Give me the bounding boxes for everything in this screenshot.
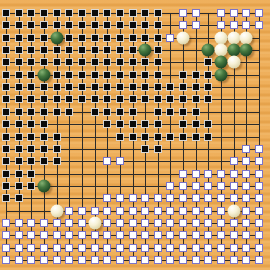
intersection[interactable]: [204, 219, 212, 227]
intersection[interactable]: [103, 108, 111, 116]
intersection[interactable]: [255, 231, 263, 239]
intersection[interactable]: [129, 219, 137, 227]
intersection[interactable]: [129, 231, 137, 239]
intersection[interactable]: [116, 120, 124, 128]
intersection[interactable]: [230, 219, 238, 227]
intersection[interactable]: [15, 170, 23, 178]
intersection[interactable]: [129, 34, 137, 42]
intersection[interactable]: [103, 157, 111, 165]
intersection[interactable]: [166, 108, 174, 116]
intersection[interactable]: [53, 244, 61, 252]
intersection[interactable]: [27, 170, 35, 178]
intersection[interactable]: [204, 207, 212, 215]
intersection[interactable]: [192, 231, 200, 239]
intersection[interactable]: [154, 207, 162, 215]
intersection[interactable]: [27, 244, 35, 252]
intersection[interactable]: [65, 9, 73, 17]
intersection[interactable]: [78, 256, 86, 264]
intersection[interactable]: [2, 145, 10, 153]
intersection[interactable]: [116, 231, 124, 239]
intersection[interactable]: [242, 244, 250, 252]
intersection[interactable]: [179, 194, 187, 202]
intersection[interactable]: [255, 244, 263, 252]
intersection[interactable]: [40, 21, 48, 29]
intersection[interactable]: [78, 83, 86, 91]
intersection[interactable]: [154, 244, 162, 252]
intersection[interactable]: [91, 244, 99, 252]
intersection[interactable]: [91, 95, 99, 103]
intersection[interactable]: [154, 231, 162, 239]
intersection[interactable]: [141, 58, 149, 66]
intersection[interactable]: [116, 244, 124, 252]
intersection[interactable]: [242, 157, 250, 165]
intersection[interactable]: [204, 120, 212, 128]
intersection[interactable]: [53, 58, 61, 66]
intersection[interactable]: [15, 9, 23, 17]
intersection[interactable]: [65, 21, 73, 29]
intersection[interactable]: [91, 108, 99, 116]
intersection[interactable]: [217, 219, 225, 227]
intersection[interactable]: [27, 21, 35, 29]
intersection[interactable]: [217, 170, 225, 178]
intersection[interactable]: [2, 244, 10, 252]
intersection[interactable]: [227, 44, 240, 57]
intersection[interactable]: [78, 71, 86, 79]
intersection[interactable]: [40, 46, 48, 54]
intersection[interactable]: [78, 207, 86, 215]
intersection[interactable]: [116, 46, 124, 54]
intersection[interactable]: [15, 71, 23, 79]
intersection[interactable]: [230, 182, 238, 190]
intersection[interactable]: [154, 83, 162, 91]
intersection[interactable]: [129, 133, 137, 141]
intersection[interactable]: [166, 207, 174, 215]
intersection[interactable]: [78, 46, 86, 54]
intersection[interactable]: [103, 120, 111, 128]
intersection[interactable]: [40, 244, 48, 252]
intersection[interactable]: [2, 133, 10, 141]
intersection[interactable]: [154, 256, 162, 264]
intersection[interactable]: [116, 157, 124, 165]
intersection[interactable]: [192, 83, 200, 91]
intersection[interactable]: [116, 83, 124, 91]
intersection[interactable]: [116, 256, 124, 264]
intersection[interactable]: [53, 95, 61, 103]
intersection[interactable]: [141, 207, 149, 215]
intersection[interactable]: [53, 133, 61, 141]
intersection[interactable]: [154, 34, 162, 42]
intersection[interactable]: [116, 194, 124, 202]
intersection[interactable]: [27, 219, 35, 227]
intersection[interactable]: [116, 21, 124, 29]
intersection[interactable]: [129, 120, 137, 128]
intersection[interactable]: [154, 219, 162, 227]
intersection[interactable]: [154, 108, 162, 116]
intersection[interactable]: [154, 46, 162, 54]
intersection[interactable]: [2, 71, 10, 79]
intersection[interactable]: [179, 182, 187, 190]
intersection[interactable]: [103, 231, 111, 239]
intersection[interactable]: [141, 71, 149, 79]
intersection[interactable]: [154, 95, 162, 103]
intersection[interactable]: [230, 9, 238, 17]
intersection[interactable]: [129, 207, 137, 215]
intersection[interactable]: [78, 21, 86, 29]
intersection[interactable]: [129, 256, 137, 264]
intersection[interactable]: [179, 71, 187, 79]
intersection[interactable]: [15, 133, 23, 141]
intersection[interactable]: [192, 194, 200, 202]
intersection[interactable]: [78, 244, 86, 252]
intersection[interactable]: [242, 219, 250, 227]
intersection[interactable]: [242, 194, 250, 202]
intersection[interactable]: [204, 256, 212, 264]
intersection[interactable]: [27, 34, 35, 42]
intersection[interactable]: [2, 58, 10, 66]
intersection[interactable]: [255, 170, 263, 178]
intersection[interactable]: [15, 58, 23, 66]
intersection[interactable]: [103, 207, 111, 215]
intersection[interactable]: [15, 21, 23, 29]
intersection[interactable]: [217, 194, 225, 202]
intersection[interactable]: [15, 145, 23, 153]
intersection[interactable]: [166, 83, 174, 91]
intersection[interactable]: [91, 71, 99, 79]
intersection[interactable]: [27, 83, 35, 91]
intersection[interactable]: [255, 207, 263, 215]
intersection[interactable]: [129, 244, 137, 252]
intersection[interactable]: [192, 95, 200, 103]
intersection[interactable]: [2, 231, 10, 239]
intersection[interactable]: [103, 95, 111, 103]
intersection[interactable]: [2, 9, 10, 17]
intersection[interactable]: [192, 9, 200, 17]
intersection[interactable]: [129, 46, 137, 54]
intersection[interactable]: [227, 204, 240, 217]
intersection[interactable]: [91, 83, 99, 91]
intersection[interactable]: [141, 231, 149, 239]
intersection[interactable]: [103, 34, 111, 42]
intersection[interactable]: [204, 58, 212, 66]
intersection[interactable]: [15, 108, 23, 116]
intersection[interactable]: [103, 219, 111, 227]
intersection[interactable]: [227, 56, 240, 69]
intersection[interactable]: [78, 34, 86, 42]
intersection[interactable]: [255, 194, 263, 202]
intersection[interactable]: [2, 21, 10, 29]
intersection[interactable]: [53, 71, 61, 79]
intersection[interactable]: [116, 207, 124, 215]
intersection[interactable]: [27, 157, 35, 165]
intersection[interactable]: [166, 34, 174, 42]
intersection[interactable]: [192, 120, 200, 128]
intersection[interactable]: [15, 256, 23, 264]
intersection[interactable]: [192, 108, 200, 116]
intersection[interactable]: [141, 21, 149, 29]
intersection[interactable]: [240, 44, 253, 57]
intersection[interactable]: [15, 219, 23, 227]
intersection[interactable]: [242, 145, 250, 153]
intersection[interactable]: [27, 120, 35, 128]
intersection[interactable]: [217, 256, 225, 264]
intersection[interactable]: [2, 83, 10, 91]
intersection[interactable]: [2, 120, 10, 128]
intersection[interactable]: [179, 108, 187, 116]
intersection[interactable]: [242, 256, 250, 264]
intersection[interactable]: [53, 256, 61, 264]
intersection[interactable]: [179, 256, 187, 264]
intersection[interactable]: [2, 256, 10, 264]
go-board[interactable]: [0, 0, 270, 270]
intersection[interactable]: [53, 21, 61, 29]
intersection[interactable]: [139, 44, 152, 57]
intersection[interactable]: [217, 21, 225, 29]
intersection[interactable]: [192, 71, 200, 79]
intersection[interactable]: [154, 145, 162, 153]
intersection[interactable]: [255, 157, 263, 165]
intersection[interactable]: [215, 31, 228, 44]
intersection[interactable]: [166, 244, 174, 252]
intersection[interactable]: [192, 207, 200, 215]
intersection[interactable]: [91, 9, 99, 17]
intersection[interactable]: [27, 145, 35, 153]
intersection[interactable]: [217, 182, 225, 190]
intersection[interactable]: [2, 46, 10, 54]
intersection[interactable]: [2, 108, 10, 116]
intersection[interactable]: [78, 219, 86, 227]
intersection[interactable]: [179, 21, 187, 29]
intersection[interactable]: [27, 71, 35, 79]
intersection[interactable]: [242, 231, 250, 239]
intersection[interactable]: [50, 31, 63, 44]
intersection[interactable]: [2, 157, 10, 165]
intersection[interactable]: [204, 170, 212, 178]
intersection[interactable]: [116, 95, 124, 103]
intersection[interactable]: [65, 108, 73, 116]
intersection[interactable]: [65, 244, 73, 252]
intersection[interactable]: [40, 256, 48, 264]
intersection[interactable]: [15, 46, 23, 54]
intersection[interactable]: [27, 108, 35, 116]
intersection[interactable]: [15, 244, 23, 252]
intersection[interactable]: [217, 244, 225, 252]
intersection[interactable]: [141, 133, 149, 141]
intersection[interactable]: [154, 133, 162, 141]
intersection[interactable]: [78, 231, 86, 239]
intersection[interactable]: [27, 182, 35, 190]
intersection[interactable]: [141, 83, 149, 91]
intersection[interactable]: [15, 157, 23, 165]
intersection[interactable]: [2, 194, 10, 202]
intersection[interactable]: [65, 256, 73, 264]
intersection[interactable]: [179, 120, 187, 128]
intersection[interactable]: [78, 95, 86, 103]
intersection[interactable]: [166, 182, 174, 190]
intersection[interactable]: [129, 58, 137, 66]
intersection[interactable]: [116, 34, 124, 42]
intersection[interactable]: [116, 108, 124, 116]
intersection[interactable]: [116, 58, 124, 66]
intersection[interactable]: [179, 133, 187, 141]
intersection[interactable]: [88, 216, 101, 229]
intersection[interactable]: [78, 9, 86, 17]
intersection[interactable]: [154, 58, 162, 66]
intersection[interactable]: [40, 145, 48, 153]
intersection[interactable]: [255, 9, 263, 17]
intersection[interactable]: [166, 256, 174, 264]
intersection[interactable]: [230, 194, 238, 202]
intersection[interactable]: [204, 71, 212, 79]
intersection[interactable]: [202, 44, 215, 57]
intersection[interactable]: [204, 95, 212, 103]
intersection[interactable]: [129, 108, 137, 116]
intersection[interactable]: [166, 95, 174, 103]
intersection[interactable]: [129, 83, 137, 91]
intersection[interactable]: [2, 182, 10, 190]
intersection[interactable]: [65, 46, 73, 54]
intersection[interactable]: [27, 95, 35, 103]
intersection[interactable]: [27, 58, 35, 66]
intersection[interactable]: [141, 219, 149, 227]
intersection[interactable]: [192, 182, 200, 190]
intersection[interactable]: [15, 83, 23, 91]
intersection[interactable]: [40, 58, 48, 66]
intersection[interactable]: [15, 95, 23, 103]
intersection[interactable]: [192, 244, 200, 252]
intersection[interactable]: [204, 182, 212, 190]
intersection[interactable]: [91, 207, 99, 215]
intersection[interactable]: [141, 194, 149, 202]
intersection[interactable]: [53, 157, 61, 165]
intersection[interactable]: [91, 46, 99, 54]
intersection[interactable]: [129, 9, 137, 17]
intersection[interactable]: [255, 219, 263, 227]
intersection[interactable]: [154, 194, 162, 202]
intersection[interactable]: [91, 21, 99, 29]
intersection[interactable]: [179, 244, 187, 252]
intersection[interactable]: [40, 108, 48, 116]
intersection[interactable]: [154, 9, 162, 17]
intersection[interactable]: [27, 133, 35, 141]
intersection[interactable]: [65, 83, 73, 91]
intersection[interactable]: [27, 9, 35, 17]
intersection[interactable]: [141, 256, 149, 264]
intersection[interactable]: [27, 231, 35, 239]
intersection[interactable]: [242, 207, 250, 215]
intersection[interactable]: [141, 120, 149, 128]
intersection[interactable]: [192, 219, 200, 227]
intersection[interactable]: [91, 231, 99, 239]
intersection[interactable]: [227, 31, 240, 44]
intersection[interactable]: [179, 95, 187, 103]
intersection[interactable]: [129, 95, 137, 103]
intersection[interactable]: [40, 95, 48, 103]
intersection[interactable]: [65, 34, 73, 42]
intersection[interactable]: [141, 34, 149, 42]
intersection[interactable]: [215, 68, 228, 81]
intersection[interactable]: [103, 9, 111, 17]
intersection[interactable]: [230, 157, 238, 165]
intersection[interactable]: [65, 207, 73, 215]
intersection[interactable]: [50, 204, 63, 217]
intersection[interactable]: [154, 71, 162, 79]
intersection[interactable]: [204, 244, 212, 252]
intersection[interactable]: [65, 95, 73, 103]
intersection[interactable]: [179, 170, 187, 178]
intersection[interactable]: [242, 9, 250, 17]
intersection[interactable]: [116, 9, 124, 17]
intersection[interactable]: [40, 120, 48, 128]
intersection[interactable]: [154, 21, 162, 29]
intersection[interactable]: [91, 256, 99, 264]
intersection[interactable]: [15, 34, 23, 42]
intersection[interactable]: [230, 21, 238, 29]
intersection[interactable]: [15, 120, 23, 128]
intersection[interactable]: [217, 207, 225, 215]
intersection[interactable]: [53, 219, 61, 227]
intersection[interactable]: [204, 133, 212, 141]
intersection[interactable]: [53, 83, 61, 91]
intersection[interactable]: [240, 31, 253, 44]
intersection[interactable]: [40, 219, 48, 227]
intersection[interactable]: [255, 21, 263, 29]
intersection[interactable]: [53, 108, 61, 116]
intersection[interactable]: [116, 133, 124, 141]
intersection[interactable]: [91, 34, 99, 42]
intersection[interactable]: [53, 231, 61, 239]
intersection[interactable]: [37, 179, 50, 192]
intersection[interactable]: [166, 231, 174, 239]
intersection[interactable]: [53, 46, 61, 54]
intersection[interactable]: [40, 157, 48, 165]
intersection[interactable]: [103, 58, 111, 66]
intersection[interactable]: [179, 83, 187, 91]
intersection[interactable]: [230, 170, 238, 178]
intersection[interactable]: [141, 95, 149, 103]
intersection[interactable]: [230, 256, 238, 264]
intersection[interactable]: [65, 71, 73, 79]
intersection[interactable]: [116, 219, 124, 227]
intersection[interactable]: [230, 231, 238, 239]
intersection[interactable]: [166, 194, 174, 202]
intersection[interactable]: [40, 9, 48, 17]
intersection[interactable]: [141, 9, 149, 17]
intersection[interactable]: [215, 44, 228, 57]
intersection[interactable]: [65, 231, 73, 239]
intersection[interactable]: [154, 120, 162, 128]
intersection[interactable]: [15, 194, 23, 202]
intersection[interactable]: [179, 9, 187, 17]
intersection[interactable]: [129, 194, 137, 202]
intersection[interactable]: [215, 56, 228, 69]
intersection[interactable]: [141, 244, 149, 252]
intersection[interactable]: [204, 83, 212, 91]
intersection[interactable]: [65, 58, 73, 66]
intersection[interactable]: [204, 194, 212, 202]
intersection[interactable]: [15, 182, 23, 190]
intersection[interactable]: [217, 9, 225, 17]
intersection[interactable]: [15, 231, 23, 239]
intersection[interactable]: [103, 244, 111, 252]
intersection[interactable]: [129, 71, 137, 79]
intersection[interactable]: [217, 231, 225, 239]
intersection[interactable]: [179, 231, 187, 239]
intersection[interactable]: [27, 46, 35, 54]
intersection[interactable]: [192, 170, 200, 178]
intersection[interactable]: [103, 46, 111, 54]
intersection[interactable]: [179, 219, 187, 227]
intersection[interactable]: [37, 68, 50, 81]
